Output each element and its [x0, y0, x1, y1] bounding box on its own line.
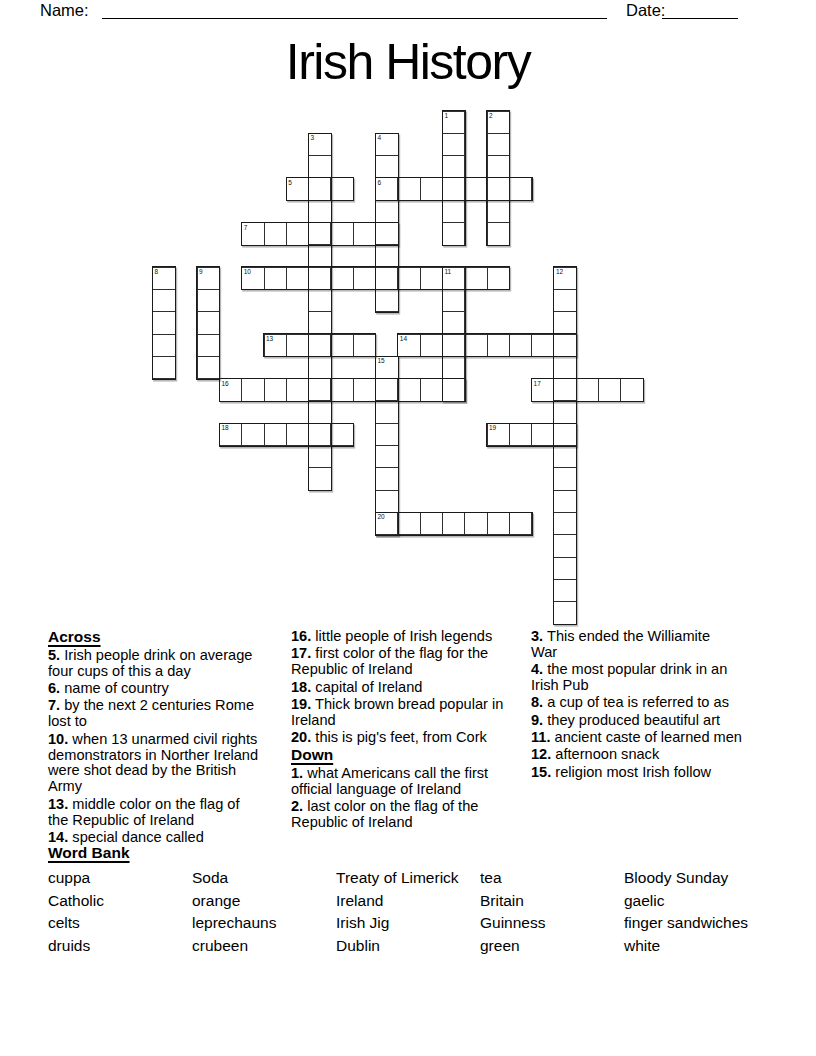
cell-number: 4 [378, 134, 382, 141]
grid-cell[interactable] [487, 267, 511, 291]
clue-item-20: 20. this is pig's feet, from Cork [291, 730, 543, 746]
grid-cell[interactable] [397, 512, 421, 536]
grid-cell[interactable]: 15 [375, 356, 399, 380]
grid-cell[interactable] [442, 200, 466, 224]
cell-number: 2 [489, 112, 493, 119]
grid-cell[interactable]: 9 [197, 267, 221, 291]
cell-number: 11 [444, 268, 451, 275]
grid-cell[interactable] [442, 155, 466, 179]
down-header: Down [291, 747, 543, 763]
grid-cell[interactable] [286, 423, 310, 447]
clue-number: 4. [531, 661, 543, 677]
grid-cell[interactable] [420, 512, 444, 536]
grid-cell[interactable] [553, 423, 577, 447]
grid-cell[interactable] [308, 356, 332, 380]
clue-item-19: 19. Thick brown bread popular in Ireland [291, 697, 543, 729]
grid-cell[interactable]: 5 [286, 177, 310, 201]
grid-cell[interactable] [487, 334, 511, 358]
grid-cell[interactable] [330, 423, 354, 447]
grid-cell[interactable] [553, 289, 577, 313]
grid-cell[interactable] [553, 467, 577, 491]
grid-cell[interactable] [442, 311, 466, 335]
clue-number: 8. [531, 694, 543, 710]
clue-number: 7. [48, 697, 60, 713]
clue-item-15: 15. religion most Irish follow [531, 765, 795, 781]
cell-number: 20 [378, 513, 385, 520]
word-bank-item: finger sandwiches [624, 913, 768, 933]
clue-item-3: 3. This ended the Williamite War [531, 629, 795, 661]
grid-cell[interactable] [509, 423, 533, 447]
grid-cell[interactable] [487, 512, 511, 536]
grid-cell[interactable] [620, 378, 644, 402]
grid-cell[interactable] [264, 267, 288, 291]
clue-number: 9. [531, 712, 543, 728]
grid-cell[interactable] [420, 378, 444, 402]
grid-cell[interactable] [375, 400, 399, 424]
grid-cell[interactable] [598, 378, 622, 402]
grid-cell[interactable] [553, 334, 577, 358]
grid-cell[interactable] [509, 177, 533, 201]
clue-number: 16. [291, 628, 311, 644]
grid-cell[interactable] [308, 400, 332, 424]
grid-cell[interactable] [487, 200, 511, 224]
grid-cell[interactable] [420, 177, 444, 201]
grid-cell[interactable] [375, 244, 399, 268]
grid-cell[interactable] [442, 334, 466, 358]
page-title: Irish History [0, 33, 816, 91]
crossword-grid: 1234567891011121314151617181920 [152, 111, 644, 625]
grid-cell[interactable] [330, 177, 354, 201]
clue-text: Thick brown bread popular in Ireland [291, 696, 503, 728]
grid-cell[interactable] [308, 289, 332, 313]
grid-cell[interactable] [197, 289, 221, 313]
grid-cell[interactable] [442, 512, 466, 536]
clue-text: middle color on the flag of the Republic… [48, 796, 239, 828]
grid-cell[interactable]: 6 [375, 177, 399, 201]
grid-cell[interactable] [397, 378, 421, 402]
word-bank-item: green [480, 936, 624, 956]
grid-cell[interactable] [241, 423, 265, 447]
grid-cell[interactable] [375, 155, 399, 179]
clue-number: 20. [291, 729, 311, 745]
grid-cell[interactable]: 3 [308, 133, 332, 157]
cell-number: 19 [489, 424, 496, 431]
word-bank-item: tea [480, 868, 624, 888]
grid-cell[interactable] [308, 222, 332, 246]
grid-cell[interactable] [442, 222, 466, 246]
clue-number: 1. [291, 765, 303, 781]
cell-number: 1 [444, 112, 448, 119]
grid-cell[interactable] [241, 378, 265, 402]
grid-cell[interactable]: 10 [241, 267, 265, 291]
word-bank-item: Soda [192, 868, 336, 888]
grid-cell[interactable] [553, 490, 577, 514]
grid-cell[interactable] [152, 289, 176, 313]
grid-cell[interactable] [487, 133, 511, 157]
clue-number: 6. [48, 680, 60, 696]
grid-cell[interactable] [286, 334, 310, 358]
clue-item-13: 13. middle color on the flag of the Repu… [48, 797, 300, 829]
grid-cell[interactable] [375, 467, 399, 491]
grid-cell[interactable] [464, 512, 488, 536]
word-bank-header: Word Bank [48, 844, 130, 862]
grid-cell[interactable] [487, 155, 511, 179]
grid-cell[interactable] [509, 512, 533, 536]
grid-cell[interactable] [330, 378, 354, 402]
clue-text: the most popular drink in an Irish Pub [531, 661, 727, 693]
word-bank-item: celts [48, 913, 192, 933]
grid-cell[interactable] [152, 311, 176, 335]
grid-cell[interactable] [286, 378, 310, 402]
clue-item-7: 7. by the next 2 centuries Rome lost to [48, 698, 300, 730]
word-bank: cuppaCatholicceltsdruidsSodaorangeleprec… [48, 868, 768, 959]
grid-cell[interactable] [442, 378, 466, 402]
clue-text: religion most Irish follow [555, 764, 711, 780]
cell-number: 7 [244, 224, 248, 231]
grid-cell[interactable] [308, 445, 332, 469]
clue-item-1: 1. what Americans call the first officia… [291, 766, 543, 798]
grid-cell[interactable] [553, 512, 577, 536]
grid-cell[interactable]: 16 [219, 378, 243, 402]
grid-cell[interactable] [420, 267, 444, 291]
grid-cell[interactable] [553, 311, 577, 335]
clue-text: when 13 unarmed civil rights demonstrato… [48, 731, 258, 795]
grid-cell[interactable] [353, 267, 377, 291]
clue-item-11: 11. ancient caste of learned men [531, 730, 795, 746]
clue-item-5: 5. Irish people drink on average four cu… [48, 648, 300, 680]
grid-cell[interactable] [375, 222, 399, 246]
clue-text: Irish people drink on average four cups … [48, 647, 252, 679]
grid-cell[interactable] [531, 423, 555, 447]
grid-cell[interactable] [576, 378, 600, 402]
cell-number: 12 [556, 268, 563, 275]
grid-cell[interactable]: 11 [442, 267, 466, 291]
across-header: Across [48, 629, 300, 645]
cell-number: 17 [534, 380, 541, 387]
grid-cell[interactable]: 2 [487, 111, 511, 135]
clue-item-12: 12. afternoon snack [531, 747, 795, 763]
word-bank-item: cuppa [48, 868, 192, 888]
grid-cell[interactable] [308, 334, 332, 358]
cell-number: 8 [155, 268, 159, 275]
clue-number: 15. [531, 764, 551, 780]
clue-number: 14. [48, 829, 68, 845]
grid-cell[interactable] [308, 423, 332, 447]
grid-cell[interactable]: 4 [375, 133, 399, 157]
clue-text: they produced beautiful art [547, 712, 720, 728]
grid-cell[interactable] [152, 334, 176, 358]
clue-number: 17. [291, 645, 311, 661]
grid-cell[interactable] [442, 356, 466, 380]
grid-cell[interactable] [308, 200, 332, 224]
grid-cell[interactable] [397, 267, 421, 291]
word-bank-item: leprechauns [192, 913, 336, 933]
grid-cell[interactable] [330, 334, 354, 358]
clue-item-17: 17. first color of the flag for the Repu… [291, 646, 543, 678]
clue-number: 12. [531, 746, 551, 762]
grid-cell[interactable] [553, 445, 577, 469]
clue-text: what Americans call the first official l… [291, 765, 488, 797]
grid-cell[interactable]: 17 [531, 378, 555, 402]
clue-number: 10. [48, 731, 68, 747]
grid-cell[interactable]: 19 [487, 423, 511, 447]
grid-cell[interactable] [353, 378, 377, 402]
grid-cell[interactable] [197, 356, 221, 380]
clue-item-6: 6. name of country [48, 681, 300, 697]
grid-cell[interactable] [353, 334, 377, 358]
clue-item-16: 16. little people of Irish legends [291, 629, 543, 645]
grid-cell[interactable] [487, 222, 511, 246]
grid-cell[interactable] [375, 490, 399, 514]
cell-number: 16 [221, 380, 228, 387]
grid-cell[interactable] [464, 267, 488, 291]
grid-cell[interactable] [420, 334, 444, 358]
grid-cell[interactable] [397, 177, 421, 201]
grid-cell[interactable] [464, 177, 488, 201]
clue-text: This ended the Williamite War [531, 628, 710, 660]
clue-number: 2. [291, 798, 303, 814]
clue-number: 3. [531, 628, 543, 644]
clue-text: first color of the flag for the Republic… [291, 645, 488, 677]
clue-text: little people of Irish legends [315, 628, 492, 644]
grid-cell[interactable] [509, 334, 533, 358]
grid-cell[interactable] [553, 356, 577, 380]
cell-number: 9 [199, 268, 203, 275]
clue-number: 19. [291, 696, 311, 712]
grid-cell[interactable] [442, 289, 466, 313]
date-fill-line[interactable] [662, 1, 738, 19]
grid-cell[interactable] [553, 378, 577, 402]
cell-number: 15 [378, 357, 385, 364]
cell-number: 5 [288, 179, 292, 186]
word-bank-item: Irish Jig [336, 913, 480, 933]
clue-column-right: 3. This ended the Williamite War4. the m… [531, 629, 795, 782]
grid-cell[interactable] [531, 334, 555, 358]
grid-cell[interactable]: 7 [241, 222, 265, 246]
date-label: Date: [626, 1, 665, 20]
word-bank-item: crubeen [192, 936, 336, 956]
grid-cell[interactable] [308, 311, 332, 335]
grid-cell[interactable] [553, 400, 577, 424]
clue-number: 18. [291, 679, 311, 695]
grid-cell[interactable] [308, 177, 332, 201]
grid-cell[interactable] [464, 334, 488, 358]
clue-column-middle: 16. little people of Irish legends17. fi… [291, 629, 543, 833]
word-bank-item: gaelic [624, 891, 768, 911]
word-bank-item: Dublin [336, 936, 480, 956]
cell-number: 10 [244, 268, 251, 275]
grid-cell[interactable] [553, 534, 577, 558]
grid-cell[interactable] [264, 378, 288, 402]
grid-cell[interactable]: 13 [264, 334, 288, 358]
grid-cell[interactable] [375, 423, 399, 447]
clue-text: afternoon snack [555, 746, 659, 762]
grid-cell[interactable] [375, 267, 399, 291]
grid-cell[interactable] [353, 222, 377, 246]
clue-number: 13. [48, 796, 68, 812]
grid-cell[interactable] [330, 267, 354, 291]
grid-cell[interactable] [308, 155, 332, 179]
word-bank-item: Guinness [480, 913, 624, 933]
clue-item-18: 18. capital of Ireland [291, 680, 543, 696]
grid-cell[interactable] [553, 579, 577, 603]
clue-text: a cup of tea is referred to as [547, 694, 729, 710]
word-bank-item: druids [48, 936, 192, 956]
clue-item-9: 9. they produced beautiful art [531, 713, 795, 729]
word-bank-item: Catholic [48, 891, 192, 911]
grid-cell[interactable] [308, 267, 332, 291]
word-bank-item: orange [192, 891, 336, 911]
cell-number: 14 [400, 335, 407, 342]
name-label: Name: [40, 1, 89, 20]
cell-number: 13 [266, 335, 273, 342]
clue-item-4: 4. the most popular drink in an Irish Pu… [531, 662, 795, 694]
clue-text: capital of Ireland [315, 679, 422, 695]
word-bank-item: white [624, 936, 768, 956]
cell-number: 3 [311, 134, 315, 141]
grid-cell[interactable] [197, 311, 221, 335]
grid-cell[interactable] [375, 289, 399, 313]
grid-cell[interactable] [330, 222, 354, 246]
cell-number: 6 [378, 179, 382, 186]
grid-cell[interactable] [553, 557, 577, 581]
word-bank-item: Bloody Sunday [624, 868, 768, 888]
grid-cell[interactable]: 12 [553, 267, 577, 291]
clue-number: 11. [531, 729, 550, 745]
grid-cell[interactable] [286, 267, 310, 291]
grid-cell[interactable] [553, 601, 577, 625]
clue-item-2: 2. last color on the flag of the Republi… [291, 799, 543, 831]
grid-cell[interactable] [286, 222, 310, 246]
cell-number: 18 [221, 424, 228, 431]
clue-column-left: Across5. Irish people drink on average f… [48, 629, 300, 847]
name-fill-line[interactable] [102, 1, 607, 19]
grid-cell[interactable] [308, 467, 332, 491]
clue-item-10: 10. when 13 unarmed civil rights demonst… [48, 732, 300, 796]
grid-cell[interactable]: 8 [152, 267, 176, 291]
clue-text: last color on the flag of the Republic o… [291, 798, 478, 830]
grid-cell[interactable]: 1 [442, 111, 466, 135]
clue-text: by the next 2 centuries Rome lost to [48, 697, 254, 729]
grid-cell[interactable] [375, 200, 399, 224]
clue-text: ancient caste of learned men [555, 729, 742, 745]
grid-cell[interactable]: 18 [219, 423, 243, 447]
word-bank-item: Ireland [336, 891, 480, 911]
clue-text: special dance called [72, 829, 203, 845]
grid-cell[interactable] [487, 177, 511, 201]
clue-text: name of country [64, 680, 169, 696]
grid-cell[interactable] [264, 222, 288, 246]
grid-cell[interactable] [264, 423, 288, 447]
grid-cell[interactable]: 14 [397, 334, 421, 358]
grid-cell[interactable] [197, 334, 221, 358]
grid-cell[interactable] [442, 177, 466, 201]
grid-cell[interactable] [375, 445, 399, 469]
grid-cell[interactable] [152, 356, 176, 380]
grid-cell[interactable]: 20 [375, 512, 399, 536]
grid-cell[interactable] [442, 133, 466, 157]
clue-item-8: 8. a cup of tea is referred to as [531, 695, 795, 711]
clue-text: this is pig's feet, from Cork [315, 729, 486, 745]
grid-cell[interactable] [308, 244, 332, 268]
word-bank-item: Britain [480, 891, 624, 911]
clue-number: 5. [48, 647, 60, 663]
grid-cell[interactable] [308, 378, 332, 402]
grid-cell[interactable] [375, 378, 399, 402]
word-bank-item: Treaty of Limerick [336, 868, 480, 888]
